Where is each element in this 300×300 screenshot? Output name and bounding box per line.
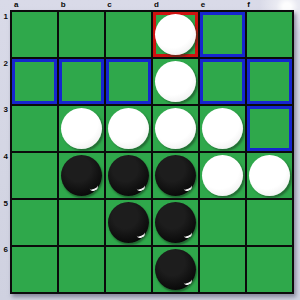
cell-a4[interactable] bbox=[12, 153, 57, 198]
cell-c2[interactable] bbox=[106, 59, 151, 104]
white-disc bbox=[61, 108, 102, 149]
cell-a5[interactable] bbox=[12, 200, 57, 245]
black-disc bbox=[155, 202, 196, 243]
cell-e5[interactable] bbox=[200, 200, 245, 245]
disc-glint bbox=[182, 276, 193, 287]
column-label-f: f bbox=[245, 0, 292, 10]
row-label-3: 3 bbox=[0, 105, 9, 152]
cell-c1[interactable] bbox=[106, 12, 151, 57]
white-disc bbox=[202, 108, 243, 149]
white-disc bbox=[155, 14, 196, 55]
cell-f4[interactable] bbox=[247, 153, 292, 198]
column-label-a: a bbox=[12, 0, 59, 10]
column-labels: abcdef bbox=[12, 0, 292, 10]
white-disc bbox=[202, 155, 243, 196]
cell-e6[interactable] bbox=[200, 247, 245, 292]
black-disc bbox=[61, 155, 102, 196]
black-disc bbox=[108, 202, 149, 243]
black-disc bbox=[155, 155, 196, 196]
disc-glint bbox=[88, 182, 99, 193]
row-label-5: 5 bbox=[0, 199, 9, 246]
cell-b2[interactable] bbox=[59, 59, 104, 104]
disc-glint bbox=[135, 182, 146, 193]
othello-board bbox=[10, 10, 294, 294]
cell-a3[interactable] bbox=[12, 106, 57, 151]
cell-a1[interactable] bbox=[12, 12, 57, 57]
black-disc bbox=[108, 155, 149, 196]
disc-glint bbox=[182, 182, 193, 193]
white-disc bbox=[155, 61, 196, 102]
cell-d2[interactable] bbox=[153, 59, 198, 104]
cell-d6[interactable] bbox=[153, 247, 198, 292]
cell-b1[interactable] bbox=[59, 12, 104, 57]
disc-glint bbox=[135, 229, 146, 240]
cell-b4[interactable] bbox=[59, 153, 104, 198]
cell-c4[interactable] bbox=[106, 153, 151, 198]
cell-f5[interactable] bbox=[247, 200, 292, 245]
cell-c6[interactable] bbox=[106, 247, 151, 292]
cell-b5[interactable] bbox=[59, 200, 104, 245]
cell-f3[interactable] bbox=[247, 106, 292, 151]
row-label-1: 1 bbox=[0, 12, 9, 59]
row-label-4: 4 bbox=[0, 152, 9, 199]
column-label-c: c bbox=[105, 0, 152, 10]
cell-e1[interactable] bbox=[200, 12, 245, 57]
cell-d3[interactable] bbox=[153, 106, 198, 151]
cell-d5[interactable] bbox=[153, 200, 198, 245]
cell-d1[interactable] bbox=[153, 12, 198, 57]
cell-f6[interactable] bbox=[247, 247, 292, 292]
cell-e2[interactable] bbox=[200, 59, 245, 104]
column-label-b: b bbox=[59, 0, 106, 10]
cell-d4[interactable] bbox=[153, 153, 198, 198]
row-label-2: 2 bbox=[0, 59, 9, 106]
cell-f2[interactable] bbox=[247, 59, 292, 104]
white-disc bbox=[249, 155, 290, 196]
cell-b6[interactable] bbox=[59, 247, 104, 292]
disc-glint bbox=[182, 229, 193, 240]
cell-b3[interactable] bbox=[59, 106, 104, 151]
cell-a2[interactable] bbox=[12, 59, 57, 104]
row-labels: 123456 bbox=[0, 12, 9, 292]
column-label-e: e bbox=[199, 0, 246, 10]
column-label-d: d bbox=[152, 0, 199, 10]
cell-e4[interactable] bbox=[200, 153, 245, 198]
cell-c5[interactable] bbox=[106, 200, 151, 245]
white-disc bbox=[155, 108, 196, 149]
cell-c3[interactable] bbox=[106, 106, 151, 151]
othello-app: abcdef 123456 bbox=[0, 0, 300, 300]
cell-f1[interactable] bbox=[247, 12, 292, 57]
cell-a6[interactable] bbox=[12, 247, 57, 292]
row-label-6: 6 bbox=[0, 245, 9, 292]
white-disc bbox=[108, 108, 149, 149]
black-disc bbox=[155, 249, 196, 290]
cell-e3[interactable] bbox=[200, 106, 245, 151]
